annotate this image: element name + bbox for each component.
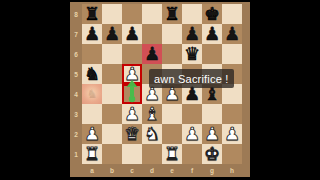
- rank-label-7: 7: [70, 24, 82, 44]
- rank-label-5: 5: [70, 64, 82, 84]
- rank-label-1: 1: [70, 144, 82, 164]
- rank-label-3: 3: [70, 104, 82, 124]
- square-d2[interactable]: ♞: [142, 124, 162, 144]
- square-c4[interactable]: [122, 84, 142, 104]
- ghost-piece: ♞: [82, 84, 102, 104]
- file-label-h: h: [222, 164, 242, 177]
- black-king[interactable]: ♚: [204, 4, 220, 24]
- white-pawn[interactable]: ♟: [204, 124, 220, 144]
- white-pawn[interactable]: ♟: [224, 124, 240, 144]
- white-pawn[interactable]: ♟: [124, 64, 140, 84]
- square-h3[interactable]: [222, 104, 242, 124]
- square-f1[interactable]: [182, 144, 202, 164]
- white-pawn[interactable]: ♟: [124, 104, 140, 124]
- rank-label-4: 4: [70, 84, 82, 104]
- square-g2[interactable]: ♟: [202, 124, 222, 144]
- square-a3[interactable]: [82, 104, 102, 124]
- square-f2[interactable]: ♟: [182, 124, 202, 144]
- square-c6[interactable]: [122, 44, 142, 64]
- square-b5[interactable]: [102, 64, 122, 84]
- black-pawn[interactable]: ♟: [84, 24, 100, 44]
- square-e6[interactable]: [162, 44, 182, 64]
- square-h7[interactable]: ♟: [222, 24, 242, 44]
- square-c5[interactable]: ♟: [122, 64, 142, 84]
- square-b6[interactable]: [102, 44, 122, 64]
- square-g8[interactable]: ♚: [202, 4, 222, 24]
- square-a5[interactable]: ♞: [82, 64, 102, 84]
- square-c8[interactable]: [122, 4, 142, 24]
- square-f7[interactable]: ♟: [182, 24, 202, 44]
- white-rook[interactable]: ♜: [164, 144, 180, 164]
- square-e7[interactable]: [162, 24, 182, 44]
- file-label-a: a: [82, 164, 102, 177]
- white-pawn[interactable]: ♟: [84, 124, 100, 144]
- square-e3[interactable]: [162, 104, 182, 124]
- square-a7[interactable]: ♟: [82, 24, 102, 44]
- square-a8[interactable]: ♜: [82, 4, 102, 24]
- square-h6[interactable]: [222, 44, 242, 64]
- square-h2[interactable]: ♟: [222, 124, 242, 144]
- black-rook[interactable]: ♜: [84, 4, 100, 24]
- square-g3[interactable]: [202, 104, 222, 124]
- file-label-d: d: [142, 164, 162, 177]
- file-label-c: c: [122, 164, 142, 177]
- black-pawn[interactable]: ♟: [144, 44, 160, 64]
- board-frame: ♜♜♚♟♟♟♟♟♟♟♛♞♟♞♟♟♟♝♟♝♟♛♞♟♟♟♜♜♚ 87654321 a…: [70, 2, 250, 177]
- square-e8[interactable]: ♜: [162, 4, 182, 24]
- square-b2[interactable]: [102, 124, 122, 144]
- square-f8[interactable]: [182, 4, 202, 24]
- video-frame: ♜♜♚♟♟♟♟♟♟♟♛♞♟♞♟♟♟♝♟♝♟♛♞♟♟♟♜♜♚ 87654321 a…: [0, 0, 320, 180]
- black-rook[interactable]: ♜: [164, 4, 180, 24]
- square-e2[interactable]: [162, 124, 182, 144]
- white-king[interactable]: ♚: [204, 144, 220, 164]
- square-f6[interactable]: ♛: [182, 44, 202, 64]
- file-label-g: g: [202, 164, 222, 177]
- caption-overlay: awn Sacrifice !: [149, 69, 234, 88]
- white-pawn[interactable]: ♟: [184, 124, 200, 144]
- square-c2[interactable]: ♛: [122, 124, 142, 144]
- file-label-f: f: [182, 164, 202, 177]
- square-b8[interactable]: [102, 4, 122, 24]
- black-knight[interactable]: ♞: [84, 64, 100, 84]
- rank-label-8: 8: [70, 4, 82, 24]
- square-a1[interactable]: ♜: [82, 144, 102, 164]
- black-queen[interactable]: ♛: [184, 44, 200, 64]
- square-b7[interactable]: ♟: [102, 24, 122, 44]
- square-d7[interactable]: [142, 24, 162, 44]
- square-a2[interactable]: ♟: [82, 124, 102, 144]
- square-c1[interactable]: [122, 144, 142, 164]
- black-pawn[interactable]: ♟: [204, 24, 220, 44]
- square-a6[interactable]: [82, 44, 102, 64]
- square-f3[interactable]: [182, 104, 202, 124]
- white-bishop[interactable]: ♝: [144, 104, 160, 124]
- square-a4[interactable]: ♞: [82, 84, 102, 104]
- file-label-b: b: [102, 164, 122, 177]
- rank-label-2: 2: [70, 124, 82, 144]
- black-pawn[interactable]: ♟: [104, 24, 120, 44]
- square-c7[interactable]: ♟: [122, 24, 142, 44]
- square-g6[interactable]: [202, 44, 222, 64]
- black-pawn[interactable]: ♟: [224, 24, 240, 44]
- square-c3[interactable]: ♟: [122, 104, 142, 124]
- rank-label-6: 6: [70, 44, 82, 64]
- white-knight[interactable]: ♞: [144, 124, 160, 144]
- square-d8[interactable]: [142, 4, 162, 24]
- square-d1[interactable]: [142, 144, 162, 164]
- square-e1[interactable]: ♜: [162, 144, 182, 164]
- square-h1[interactable]: [222, 144, 242, 164]
- square-g7[interactable]: ♟: [202, 24, 222, 44]
- black-pawn[interactable]: ♟: [184, 24, 200, 44]
- file-label-e: e: [162, 164, 182, 177]
- white-rook[interactable]: ♜: [84, 144, 100, 164]
- white-queen[interactable]: ♛: [124, 124, 140, 144]
- square-b4[interactable]: [102, 84, 122, 104]
- square-d3[interactable]: ♝: [142, 104, 162, 124]
- square-b3[interactable]: [102, 104, 122, 124]
- square-b1[interactable]: [102, 144, 122, 164]
- square-d6[interactable]: ♟: [142, 44, 162, 64]
- square-h8[interactable]: [222, 4, 242, 24]
- black-pawn[interactable]: ♟: [124, 24, 140, 44]
- square-g1[interactable]: ♚: [202, 144, 222, 164]
